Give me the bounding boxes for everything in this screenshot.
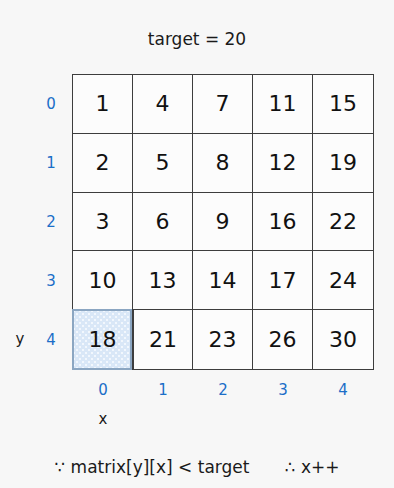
col-label-3: 3	[253, 380, 313, 400]
reasoning-annotation: ∵ matrix[y][x] < target ∴ x++	[0, 457, 394, 477]
matrix-cell: 19	[313, 134, 373, 193]
matrix-cell: 22	[313, 193, 373, 252]
matrix-cell: 13	[133, 251, 193, 310]
matrix-cell: 8	[193, 134, 253, 193]
matrix-cell: 9	[193, 193, 253, 252]
matrix-cell: 21	[133, 310, 193, 369]
page-title: target = 20	[0, 29, 394, 49]
row-label-3: 3	[40, 251, 62, 310]
matrix-cell: 15	[313, 75, 373, 134]
col-label-4: 4	[313, 380, 373, 400]
matrix-cell: 7	[193, 75, 253, 134]
matrix-cell: 5	[133, 134, 193, 193]
because-clause: ∵ matrix[y][x] < target	[54, 457, 249, 477]
matrix-cell: 24	[313, 251, 373, 310]
matrix-cell: 23	[193, 310, 253, 369]
col-label-0: 0	[73, 380, 133, 400]
matrix-cell: 14	[193, 251, 253, 310]
matrix-cell: 26	[253, 310, 313, 369]
row-label-0: 0	[40, 75, 62, 134]
matrix-cell: 6	[133, 193, 193, 252]
matrix-cell: 17	[253, 251, 313, 310]
matrix-cell: 3	[73, 193, 133, 252]
therefore-clause: ∴ x++	[285, 457, 340, 477]
matrix-cell: 30	[313, 310, 373, 369]
matrix-grid: 1 4 7 11 15 2 5 8 12 19 3 6 9 16 22 10 1…	[72, 74, 374, 370]
row-labels: 0 1 2 3 4	[40, 75, 62, 369]
matrix-cell: 16	[253, 193, 313, 252]
y-axis-label: y	[8, 310, 32, 369]
cursor-cell: 18	[73, 310, 133, 369]
row-label-4: 4	[40, 310, 62, 369]
row-label-1: 1	[40, 134, 62, 193]
matrix-cell: 2	[73, 134, 133, 193]
matrix-cell: 10	[73, 251, 133, 310]
col-label-2: 2	[193, 380, 253, 400]
row-label-2: 2	[40, 193, 62, 252]
col-labels: 0 1 2 3 4	[73, 380, 373, 400]
col-label-1: 1	[133, 380, 193, 400]
matrix-cell: 1	[73, 75, 133, 134]
matrix-cell: 12	[253, 134, 313, 193]
matrix-cell: 4	[133, 75, 193, 134]
matrix-cell: 11	[253, 75, 313, 134]
x-axis-label: x	[73, 409, 133, 429]
